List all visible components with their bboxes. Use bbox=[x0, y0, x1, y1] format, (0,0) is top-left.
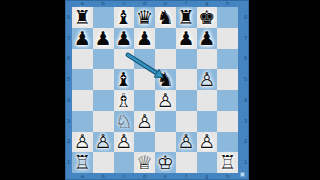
rank-label-3: 3 bbox=[242, 111, 249, 131]
square-a1: ♖ bbox=[72, 152, 93, 173]
square-d3: ♙ bbox=[134, 111, 155, 132]
square-g1 bbox=[197, 152, 218, 173]
square-a7: ♟ bbox=[72, 28, 93, 49]
square-a6 bbox=[72, 49, 93, 70]
file-label-a: a bbox=[72, 174, 92, 179]
video-frame: ♜♝♛♞♜♚♟♟♟♟♟♟♝♞♙♗♙♘♙♙♙♙♙♙♖♕♔♖ aabbccddeef… bbox=[0, 0, 320, 180]
square-e3 bbox=[155, 111, 176, 132]
square-e2 bbox=[155, 132, 176, 153]
black-pawn-d7: ♟ bbox=[134, 27, 155, 48]
square-f2: ♙ bbox=[176, 132, 197, 153]
black-pawn-b7: ♟ bbox=[93, 27, 114, 48]
square-g8: ♚ bbox=[197, 7, 218, 28]
white-pawn-c2: ♙ bbox=[114, 131, 135, 152]
square-g4 bbox=[197, 90, 218, 111]
square-f8: ♜ bbox=[176, 7, 197, 28]
square-d1: ♕ bbox=[134, 152, 155, 173]
square-d4 bbox=[134, 90, 155, 111]
square-d8: ♛ bbox=[134, 7, 155, 28]
rank-label-6: 6 bbox=[242, 49, 249, 69]
square-e8: ♞ bbox=[155, 7, 176, 28]
rank-label-8: 8 bbox=[242, 7, 249, 27]
rank-label-7: 7 bbox=[242, 28, 249, 48]
square-g7: ♟ bbox=[197, 28, 218, 49]
square-h7 bbox=[217, 28, 238, 49]
black-rook-a8: ♜ bbox=[72, 7, 93, 28]
chess-board: ♜♝♛♞♜♚♟♟♟♟♟♟♝♞♙♗♙♘♙♙♙♙♙♙♖♕♔♖ aabbccddeef… bbox=[65, 0, 249, 180]
black-bishop-c5: ♝ bbox=[114, 69, 135, 90]
square-a3 bbox=[72, 111, 93, 132]
black-pawn-g7: ♟ bbox=[197, 27, 218, 48]
file-label-g: g bbox=[197, 174, 217, 179]
file-label-b: b bbox=[93, 174, 113, 179]
black-knight-e8: ♞ bbox=[155, 7, 176, 28]
square-c3: ♘ bbox=[114, 111, 135, 132]
square-g3 bbox=[197, 111, 218, 132]
square-c6 bbox=[114, 49, 135, 70]
square-h5 bbox=[217, 69, 238, 90]
rank-label-1: 1 bbox=[65, 153, 72, 173]
square-c7: ♟ bbox=[114, 28, 135, 49]
square-f7: ♟ bbox=[176, 28, 197, 49]
square-e4: ♙ bbox=[155, 90, 176, 111]
white-pawn-g2: ♙ bbox=[197, 131, 218, 152]
square-g6 bbox=[197, 49, 218, 70]
square-c1 bbox=[114, 152, 135, 173]
rank-label-2: 2 bbox=[242, 132, 249, 152]
square-h4 bbox=[217, 90, 238, 111]
square-c2: ♙ bbox=[114, 132, 135, 153]
square-g2: ♙ bbox=[197, 132, 218, 153]
rank-label-4: 4 bbox=[65, 90, 72, 110]
square-c5: ♝ bbox=[114, 69, 135, 90]
file-label-e: e bbox=[155, 174, 175, 179]
square-a4 bbox=[72, 90, 93, 111]
square-d5 bbox=[134, 69, 155, 90]
black-knight-e5: ♞ bbox=[155, 69, 176, 90]
white-pawn-g5: ♙ bbox=[197, 69, 218, 90]
rank-label-8: 8 bbox=[65, 7, 72, 27]
white-pawn-b2: ♙ bbox=[93, 131, 114, 152]
square-h3 bbox=[217, 111, 238, 132]
file-label-c: c bbox=[114, 174, 134, 179]
square-e5: ♞ bbox=[155, 69, 176, 90]
square-d6 bbox=[134, 49, 155, 70]
file-label-b: b bbox=[93, 1, 113, 6]
white-knight-c3: ♘ bbox=[114, 110, 135, 131]
square-h1: ♖ bbox=[217, 152, 238, 173]
rank-label-6: 6 bbox=[65, 49, 72, 69]
square-g5: ♙ bbox=[197, 69, 218, 90]
square-b7: ♟ bbox=[93, 28, 114, 49]
rank-label-5: 5 bbox=[242, 70, 249, 90]
square-b3 bbox=[93, 111, 114, 132]
black-king-g8: ♚ bbox=[197, 7, 218, 28]
rank-label-4: 4 bbox=[242, 90, 249, 110]
square-b5 bbox=[93, 69, 114, 90]
white-rook-a1: ♖ bbox=[72, 152, 93, 173]
square-a5 bbox=[72, 69, 93, 90]
black-rook-f8: ♜ bbox=[176, 7, 197, 28]
white-bishop-c4: ♗ bbox=[114, 90, 135, 111]
square-e7 bbox=[155, 28, 176, 49]
black-pawn-c7: ♟ bbox=[114, 27, 135, 48]
square-f5 bbox=[176, 69, 197, 90]
white-pawn-d3: ♙ bbox=[134, 110, 155, 131]
white-pawn-a2: ♙ bbox=[72, 131, 93, 152]
white-pawn-e4: ♙ bbox=[155, 90, 176, 111]
file-label-h: h bbox=[218, 174, 238, 179]
corner-marker bbox=[240, 172, 245, 177]
square-b6 bbox=[93, 49, 114, 70]
square-e1: ♔ bbox=[155, 152, 176, 173]
white-queen-d1: ♕ bbox=[134, 152, 155, 173]
square-f3 bbox=[176, 111, 197, 132]
square-h6 bbox=[217, 49, 238, 70]
square-b1 bbox=[93, 152, 114, 173]
square-e6 bbox=[155, 49, 176, 70]
square-a8: ♜ bbox=[72, 7, 93, 28]
square-c8: ♝ bbox=[114, 7, 135, 28]
square-f6 bbox=[176, 49, 197, 70]
square-a2: ♙ bbox=[72, 132, 93, 153]
black-queen-d8: ♛ bbox=[134, 7, 155, 28]
rank-label-5: 5 bbox=[65, 70, 72, 90]
square-h8 bbox=[217, 7, 238, 28]
square-b4 bbox=[93, 90, 114, 111]
black-pawn-a7: ♟ bbox=[72, 27, 93, 48]
white-pawn-f2: ♙ bbox=[176, 131, 197, 152]
board-squares: ♜♝♛♞♜♚♟♟♟♟♟♟♝♞♙♗♙♘♙♙♙♙♙♙♖♕♔♖ bbox=[72, 7, 238, 173]
square-d7: ♟ bbox=[134, 28, 155, 49]
file-label-d: d bbox=[135, 174, 155, 179]
rank-label-3: 3 bbox=[65, 111, 72, 131]
black-bishop-c8: ♝ bbox=[114, 7, 135, 28]
black-pawn-f7: ♟ bbox=[176, 27, 197, 48]
square-b2: ♙ bbox=[93, 132, 114, 153]
rank-label-2: 2 bbox=[65, 132, 72, 152]
file-label-h: h bbox=[218, 1, 238, 6]
square-b8 bbox=[93, 7, 114, 28]
rank-label-7: 7 bbox=[65, 28, 72, 48]
square-d2 bbox=[134, 132, 155, 153]
white-king-e1: ♔ bbox=[155, 152, 176, 173]
square-h2 bbox=[217, 132, 238, 153]
square-f1 bbox=[176, 152, 197, 173]
white-rook-h1: ♖ bbox=[217, 152, 238, 173]
rank-label-1: 1 bbox=[242, 153, 249, 173]
file-label-f: f bbox=[176, 174, 196, 179]
square-c4: ♗ bbox=[114, 90, 135, 111]
square-f4 bbox=[176, 90, 197, 111]
